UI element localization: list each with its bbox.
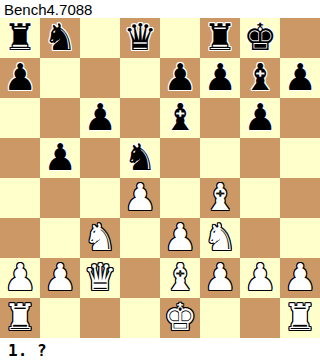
square-g4[interactable]: [240, 178, 280, 218]
black-pawn: ♟: [243, 98, 276, 138]
square-f1[interactable]: [200, 298, 240, 338]
white-knight: ♞: [203, 218, 236, 258]
square-f3[interactable]: ♞: [200, 218, 240, 258]
square-a4[interactable]: [0, 178, 40, 218]
square-a3[interactable]: [0, 218, 40, 258]
square-h1[interactable]: ♜: [280, 298, 320, 338]
square-d4[interactable]: ♟: [120, 178, 160, 218]
square-e1[interactable]: ♚: [160, 298, 200, 338]
square-g8[interactable]: ♚: [240, 18, 280, 58]
white-bishop: ♝: [203, 178, 236, 218]
black-bishop: ♝: [243, 58, 276, 98]
move-prompt: 1. ?: [0, 338, 320, 360]
square-b8[interactable]: ♞: [40, 18, 80, 58]
square-f7[interactable]: ♟: [200, 58, 240, 98]
square-f4[interactable]: ♝: [200, 178, 240, 218]
square-d1[interactable]: [120, 298, 160, 338]
square-c3[interactable]: ♞: [80, 218, 120, 258]
black-knight: ♞: [123, 138, 156, 178]
black-pawn: ♟: [3, 58, 36, 98]
square-a5[interactable]: [0, 138, 40, 178]
square-d6[interactable]: [120, 98, 160, 138]
white-pawn: ♟: [163, 218, 196, 258]
white-pawn: ♟: [123, 178, 156, 218]
square-b2[interactable]: ♟: [40, 258, 80, 298]
square-c1[interactable]: [80, 298, 120, 338]
square-f5[interactable]: [200, 138, 240, 178]
square-b5[interactable]: ♟: [40, 138, 80, 178]
square-g1[interactable]: [240, 298, 280, 338]
square-a2[interactable]: ♟: [0, 258, 40, 298]
square-a7[interactable]: ♟: [0, 58, 40, 98]
white-pawn: ♟: [243, 258, 276, 298]
square-c2[interactable]: ♛: [80, 258, 120, 298]
square-f2[interactable]: ♟: [200, 258, 240, 298]
square-e8[interactable]: [160, 18, 200, 58]
white-knight: ♞: [83, 218, 116, 258]
white-rook: ♜: [3, 298, 36, 338]
square-d2[interactable]: [120, 258, 160, 298]
black-pawn: ♟: [203, 58, 236, 98]
square-g2[interactable]: ♟: [240, 258, 280, 298]
square-c8[interactable]: [80, 18, 120, 58]
square-e5[interactable]: [160, 138, 200, 178]
black-bishop: ♝: [163, 98, 196, 138]
square-d5[interactable]: ♞: [120, 138, 160, 178]
square-h7[interactable]: ♟: [280, 58, 320, 98]
chess-app-window: Bench4.7088 ♜♞♛♜♚♟♟♟♝♟♟♝♟♟♞♟♝♞♟♞♟♟♛♝♟♟♟♜…: [0, 0, 320, 360]
black-queen: ♛: [123, 18, 156, 58]
square-d3[interactable]: [120, 218, 160, 258]
square-b4[interactable]: [40, 178, 80, 218]
black-rook: ♜: [3, 18, 36, 58]
chess-board: ♜♞♛♜♚♟♟♟♝♟♟♝♟♟♞♟♝♞♟♞♟♟♛♝♟♟♟♜♚♜: [0, 18, 320, 338]
black-pawn: ♟: [43, 138, 76, 178]
black-pawn: ♟: [83, 98, 116, 138]
white-pawn: ♟: [43, 258, 76, 298]
square-g6[interactable]: ♟: [240, 98, 280, 138]
square-h5[interactable]: [280, 138, 320, 178]
square-a8[interactable]: ♜: [0, 18, 40, 58]
square-g7[interactable]: ♝: [240, 58, 280, 98]
square-d8[interactable]: ♛: [120, 18, 160, 58]
square-e6[interactable]: ♝: [160, 98, 200, 138]
square-f8[interactable]: ♜: [200, 18, 240, 58]
square-b1[interactable]: [40, 298, 80, 338]
white-pawn: ♟: [203, 258, 236, 298]
square-g3[interactable]: [240, 218, 280, 258]
black-pawn: ♟: [163, 58, 196, 98]
square-b7[interactable]: [40, 58, 80, 98]
window-title: Bench4.7088: [0, 0, 320, 18]
white-pawn: ♟: [283, 258, 316, 298]
square-c4[interactable]: [80, 178, 120, 218]
square-g5[interactable]: [240, 138, 280, 178]
square-h3[interactable]: [280, 218, 320, 258]
square-h6[interactable]: [280, 98, 320, 138]
square-b3[interactable]: [40, 218, 80, 258]
black-knight: ♞: [43, 18, 76, 58]
square-c7[interactable]: [80, 58, 120, 98]
square-a1[interactable]: ♜: [0, 298, 40, 338]
white-king: ♚: [163, 298, 196, 338]
square-c6[interactable]: ♟: [80, 98, 120, 138]
square-d7[interactable]: [120, 58, 160, 98]
black-king: ♚: [243, 18, 276, 58]
square-e4[interactable]: [160, 178, 200, 218]
square-e3[interactable]: ♟: [160, 218, 200, 258]
white-bishop: ♝: [163, 258, 196, 298]
square-h4[interactable]: [280, 178, 320, 218]
square-a6[interactable]: [0, 98, 40, 138]
black-rook: ♜: [203, 18, 236, 58]
square-c5[interactable]: [80, 138, 120, 178]
white-rook: ♜: [283, 298, 316, 338]
square-e7[interactable]: ♟: [160, 58, 200, 98]
square-h2[interactable]: ♟: [280, 258, 320, 298]
square-b6[interactable]: [40, 98, 80, 138]
square-e2[interactable]: ♝: [160, 258, 200, 298]
square-f6[interactable]: [200, 98, 240, 138]
black-pawn: ♟: [283, 58, 316, 98]
white-queen: ♛: [83, 258, 116, 298]
square-h8[interactable]: [280, 18, 320, 58]
white-pawn: ♟: [3, 258, 36, 298]
